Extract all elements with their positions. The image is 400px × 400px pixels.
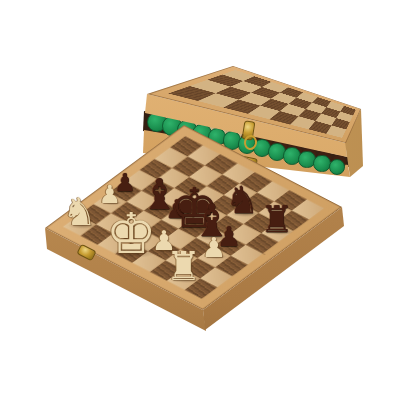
pieces-layer: ♞♟♟♝♚♟♟♚♝♞♜♟♟♜ [0,0,400,400]
piece-white-king-a5[interactable]: ♚ [106,205,157,262]
piece-white-pawn-c2[interactable]: ♟ [202,234,227,262]
piece-black-rook-f1[interactable]: ♜ [261,201,294,238]
chess-set-photo: ♞♟♟♝♚♟♟♚♝♞♜♟♟♜ [0,0,400,400]
piece-white-knight-a8[interactable]: ♞ [62,193,96,231]
piece-white-rook-a2[interactable]: ♜ [166,246,202,286]
